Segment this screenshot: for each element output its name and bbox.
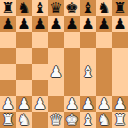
square-e8[interactable]: ♚	[64, 0, 80, 16]
piece-black-pawn: ♟	[33, 16, 46, 32]
piece-black-pawn: ♟	[17, 16, 30, 32]
square-g5[interactable]	[96, 48, 112, 64]
square-b2[interactable]: ♟	[16, 96, 32, 112]
square-e6[interactable]	[64, 32, 80, 48]
square-h3[interactable]	[112, 80, 128, 96]
piece-white-bishop: ♝	[81, 112, 94, 128]
square-d8[interactable]: ♛	[48, 0, 64, 16]
piece-black-queen: ♛	[49, 0, 62, 16]
piece-white-pawn: ♟	[33, 96, 46, 112]
piece-black-pawn: ♟	[49, 16, 62, 32]
piece-black-pawn: ♟	[97, 16, 110, 32]
square-d4[interactable]: ♟	[48, 64, 64, 80]
square-e7[interactable]: ♟	[64, 16, 80, 32]
square-b8[interactable]: ♞	[16, 0, 32, 16]
square-a8[interactable]: ♜	[0, 0, 16, 16]
square-g4[interactable]	[96, 64, 112, 80]
square-f7[interactable]: ♟	[80, 16, 96, 32]
piece-white-pawn: ♟	[49, 64, 62, 80]
piece-white-pawn: ♟	[65, 96, 78, 112]
square-h2[interactable]: ♟	[112, 96, 128, 112]
square-d2[interactable]	[48, 96, 64, 112]
square-c6[interactable]	[32, 32, 48, 48]
piece-white-pawn: ♟	[17, 96, 30, 112]
square-b4[interactable]	[16, 64, 32, 80]
piece-black-rook: ♜	[1, 0, 14, 16]
square-c4[interactable]	[32, 64, 48, 80]
square-h4[interactable]	[112, 64, 128, 80]
square-b7[interactable]: ♟	[16, 16, 32, 32]
square-d3[interactable]	[48, 80, 64, 96]
square-a3[interactable]	[0, 80, 16, 96]
piece-black-bishop: ♝	[81, 0, 94, 16]
square-c3[interactable]	[32, 80, 48, 96]
piece-white-knight: ♞	[97, 112, 110, 128]
square-a5[interactable]	[0, 48, 16, 64]
square-f2[interactable]: ♟	[80, 96, 96, 112]
square-g1[interactable]: ♞	[96, 112, 112, 128]
square-b5[interactable]	[16, 48, 32, 64]
square-h5[interactable]	[112, 48, 128, 64]
square-e5[interactable]	[64, 48, 80, 64]
square-e1[interactable]: ♚	[64, 112, 80, 128]
piece-white-bishop: ♝	[81, 64, 94, 80]
square-b1[interactable]: ♞	[16, 112, 32, 128]
piece-white-rook: ♜	[1, 112, 14, 128]
square-h8[interactable]: ♜	[112, 0, 128, 16]
piece-black-pawn: ♟	[65, 16, 78, 32]
square-f4[interactable]: ♝	[80, 64, 96, 80]
piece-black-knight: ♞	[97, 0, 110, 16]
piece-white-queen: ♛	[49, 112, 62, 128]
piece-black-pawn: ♟	[113, 16, 126, 32]
square-d5[interactable]	[48, 48, 64, 64]
square-f1[interactable]: ♝	[80, 112, 96, 128]
square-c2[interactable]: ♟	[32, 96, 48, 112]
square-a2[interactable]: ♟	[0, 96, 16, 112]
piece-white-pawn: ♟	[1, 96, 14, 112]
square-d6[interactable]	[48, 32, 64, 48]
square-f5[interactable]	[80, 48, 96, 64]
square-e2[interactable]: ♟	[64, 96, 80, 112]
square-c5[interactable]	[32, 48, 48, 64]
square-g2[interactable]: ♟	[96, 96, 112, 112]
square-b6[interactable]	[16, 32, 32, 48]
piece-black-knight: ♞	[17, 0, 30, 16]
square-a1[interactable]: ♜	[0, 112, 16, 128]
square-c8[interactable]: ♝	[32, 0, 48, 16]
square-g7[interactable]: ♟	[96, 16, 112, 32]
piece-black-king: ♚	[65, 0, 78, 16]
piece-black-pawn: ♟	[81, 16, 94, 32]
piece-black-bishop: ♝	[33, 0, 46, 16]
piece-black-rook: ♜	[113, 0, 126, 16]
square-c7[interactable]: ♟	[32, 16, 48, 32]
piece-white-pawn: ♟	[81, 96, 94, 112]
piece-white-knight: ♞	[17, 112, 30, 128]
square-h1[interactable]: ♜	[112, 112, 128, 128]
square-e3[interactable]	[64, 80, 80, 96]
piece-black-pawn: ♟	[1, 16, 14, 32]
square-h7[interactable]: ♟	[112, 16, 128, 32]
square-f6[interactable]	[80, 32, 96, 48]
square-e4[interactable]	[64, 64, 80, 80]
square-g3[interactable]	[96, 80, 112, 96]
piece-white-king: ♚	[65, 112, 78, 128]
square-a4[interactable]	[0, 64, 16, 80]
chess-board: ♜♞♝♛♚♝♞♜♟♟♟♟♟♟♟♟♟♝♟♟♟♟♟♟♟♜♞♛♚♝♞♜	[0, 0, 128, 128]
square-h6[interactable]	[112, 32, 128, 48]
square-d7[interactable]: ♟	[48, 16, 64, 32]
square-d1[interactable]: ♛	[48, 112, 64, 128]
square-g8[interactable]: ♞	[96, 0, 112, 16]
square-c1[interactable]	[32, 112, 48, 128]
piece-white-rook: ♜	[113, 112, 126, 128]
square-f8[interactable]: ♝	[80, 0, 96, 16]
square-a7[interactable]: ♟	[0, 16, 16, 32]
square-g6[interactable]	[96, 32, 112, 48]
square-b3[interactable]	[16, 80, 32, 96]
square-a6[interactable]	[0, 32, 16, 48]
piece-white-pawn: ♟	[113, 96, 126, 112]
square-f3[interactable]	[80, 80, 96, 96]
piece-white-pawn: ♟	[97, 96, 110, 112]
